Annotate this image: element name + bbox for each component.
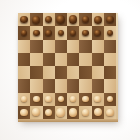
square-e1[interactable]: ♔ xyxy=(67,106,79,119)
square-b4[interactable] xyxy=(30,66,42,79)
piece-white-pawn[interactable]: ♙ xyxy=(82,96,89,103)
square-d3[interactable] xyxy=(55,79,67,92)
square-e4[interactable] xyxy=(67,66,79,79)
chess-board-wrap: ♜♞♝♛♚♝♞♜♟♟♟♟♟♟♟♟♙♙♙♙♙♙♙♙♖♘♗♕♔♗♘♖ xyxy=(18,13,116,119)
piece-white-rook[interactable]: ♖ xyxy=(106,109,114,117)
square-h3[interactable] xyxy=(104,79,116,92)
square-g8[interactable]: ♞ xyxy=(92,13,104,26)
chess-board: ♜♞♝♛♚♝♞♜♟♟♟♟♟♟♟♟♙♙♙♙♙♙♙♙♖♘♗♕♔♗♘♖ xyxy=(18,13,116,119)
square-e2[interactable]: ♙ xyxy=(67,93,79,106)
piece-white-knight[interactable]: ♘ xyxy=(32,108,40,116)
square-b7[interactable]: ♟ xyxy=(30,26,42,39)
square-d5[interactable] xyxy=(55,53,67,66)
piece-white-bishop[interactable]: ♗ xyxy=(82,109,90,117)
square-c4[interactable] xyxy=(43,66,55,79)
square-e6[interactable] xyxy=(67,40,79,53)
square-g5[interactable] xyxy=(92,53,104,66)
square-c7[interactable]: ♟ xyxy=(43,26,55,39)
piece-black-pawn[interactable]: ♟ xyxy=(58,30,65,37)
square-a4[interactable] xyxy=(18,66,30,79)
piece-black-pawn[interactable]: ♟ xyxy=(70,30,77,37)
square-f2[interactable]: ♙ xyxy=(79,93,91,106)
square-b2[interactable]: ♙ xyxy=(30,93,42,106)
piece-black-pawn[interactable]: ♟ xyxy=(21,30,28,37)
square-a3[interactable] xyxy=(18,79,30,92)
piece-black-king[interactable]: ♚ xyxy=(69,15,78,24)
square-f4[interactable] xyxy=(79,66,91,79)
piece-white-pawn[interactable]: ♙ xyxy=(33,96,40,103)
square-a7[interactable]: ♟ xyxy=(18,26,30,39)
piece-black-rook[interactable]: ♜ xyxy=(106,16,114,24)
piece-white-pawn[interactable]: ♙ xyxy=(58,96,65,103)
square-b6[interactable] xyxy=(30,40,42,53)
square-f1[interactable]: ♗ xyxy=(79,106,91,119)
square-e8[interactable]: ♚ xyxy=(67,13,79,26)
piece-white-bishop[interactable]: ♗ xyxy=(45,109,53,117)
square-b5[interactable] xyxy=(30,53,42,66)
piece-white-pawn[interactable]: ♙ xyxy=(107,96,114,103)
piece-black-bishop[interactable]: ♝ xyxy=(45,16,53,24)
square-f5[interactable] xyxy=(79,53,91,66)
square-a2[interactable]: ♙ xyxy=(18,93,30,106)
square-h5[interactable] xyxy=(104,53,116,66)
square-b3[interactable] xyxy=(30,79,42,92)
square-f3[interactable] xyxy=(79,79,91,92)
square-d4[interactable] xyxy=(55,66,67,79)
square-g4[interactable] xyxy=(92,66,104,79)
square-f7[interactable]: ♟ xyxy=(79,26,91,39)
square-e5[interactable] xyxy=(67,53,79,66)
square-d7[interactable]: ♟ xyxy=(55,26,67,39)
piece-black-queen[interactable]: ♛ xyxy=(56,15,65,24)
square-d6[interactable] xyxy=(55,40,67,53)
square-c6[interactable] xyxy=(43,40,55,53)
square-h2[interactable]: ♙ xyxy=(104,93,116,106)
square-a5[interactable] xyxy=(18,53,30,66)
piece-white-knight[interactable]: ♘ xyxy=(94,108,102,116)
photo-background: ♜♞♝♛♚♝♞♜♟♟♟♟♟♟♟♟♙♙♙♙♙♙♙♙♖♘♗♕♔♗♘♖ xyxy=(0,0,140,140)
square-f6[interactable] xyxy=(79,40,91,53)
square-h7[interactable]: ♟ xyxy=(104,26,116,39)
piece-white-pawn[interactable]: ♙ xyxy=(21,96,28,103)
square-a8[interactable]: ♜ xyxy=(18,13,30,26)
piece-white-rook[interactable]: ♖ xyxy=(20,109,28,117)
square-b1[interactable]: ♘ xyxy=(30,106,42,119)
piece-black-bishop[interactable]: ♝ xyxy=(82,16,90,24)
piece-black-knight[interactable]: ♞ xyxy=(32,16,40,24)
piece-black-pawn[interactable]: ♟ xyxy=(82,30,89,37)
square-d8[interactable]: ♛ xyxy=(55,13,67,26)
piece-black-pawn[interactable]: ♟ xyxy=(33,30,40,37)
square-g1[interactable]: ♘ xyxy=(92,106,104,119)
square-g2[interactable]: ♙ xyxy=(92,93,104,106)
square-h8[interactable]: ♜ xyxy=(104,13,116,26)
piece-white-queen[interactable]: ♕ xyxy=(56,108,65,117)
square-e3[interactable] xyxy=(67,79,79,92)
square-d1[interactable]: ♕ xyxy=(55,106,67,119)
square-c8[interactable]: ♝ xyxy=(43,13,55,26)
square-b8[interactable]: ♞ xyxy=(30,13,42,26)
square-c5[interactable] xyxy=(43,53,55,66)
square-c3[interactable] xyxy=(43,79,55,92)
square-c2[interactable]: ♙ xyxy=(43,93,55,106)
piece-white-pawn[interactable]: ♙ xyxy=(45,96,52,103)
piece-black-knight[interactable]: ♞ xyxy=(94,16,102,24)
piece-white-king[interactable]: ♔ xyxy=(69,108,78,117)
piece-white-pawn[interactable]: ♙ xyxy=(94,96,101,103)
square-a6[interactable] xyxy=(18,40,30,53)
piece-black-pawn[interactable]: ♟ xyxy=(94,30,101,37)
piece-black-rook[interactable]: ♜ xyxy=(20,16,28,24)
square-f8[interactable]: ♝ xyxy=(79,13,91,26)
piece-white-pawn[interactable]: ♙ xyxy=(70,96,77,103)
square-c1[interactable]: ♗ xyxy=(43,106,55,119)
square-h6[interactable] xyxy=(104,40,116,53)
square-g6[interactable] xyxy=(92,40,104,53)
square-h4[interactable] xyxy=(104,66,116,79)
square-h1[interactable]: ♖ xyxy=(104,106,116,119)
square-a1[interactable]: ♖ xyxy=(18,106,30,119)
square-d2[interactable]: ♙ xyxy=(55,93,67,106)
piece-black-pawn[interactable]: ♟ xyxy=(45,30,52,37)
square-g7[interactable]: ♟ xyxy=(92,26,104,39)
square-g3[interactable] xyxy=(92,79,104,92)
square-e7[interactable]: ♟ xyxy=(67,26,79,39)
piece-black-pawn[interactable]: ♟ xyxy=(107,30,114,37)
